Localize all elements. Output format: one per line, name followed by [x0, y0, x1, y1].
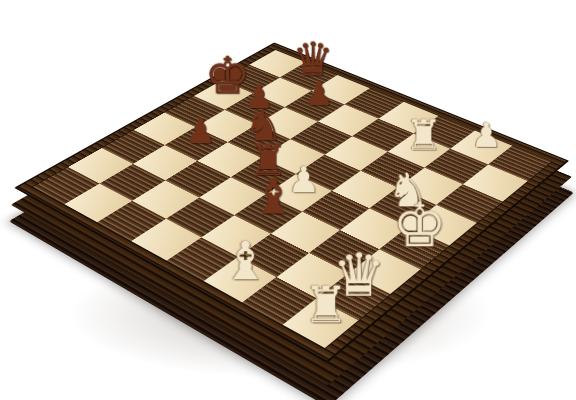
perspective-wrapper: ♚♟♟♛♞♟♜♝♟♝♜♞♟♜♛♚ [0, 0, 576, 400]
pawn-icon: ♟ [471, 119, 501, 153]
king-icon: ♚ [204, 50, 250, 101]
chess-board: ♚♟♟♛♞♟♜♝♟♝♜♞♟♜♛♚ [33, 50, 551, 348]
pawn-icon: ♟ [185, 115, 215, 149]
product-photo-stage: ♚♟♟♛♞♟♜♝♟♝♜♞♟♜♛♚ [0, 0, 576, 400]
board-frame: ♚♟♟♛♞♟♜♝♟♝♜♞♟♜♛♚ [14, 42, 569, 362]
rook-icon: ♜ [405, 114, 443, 156]
rook-icon: ♜ [303, 280, 348, 331]
bishop-icon: ♝ [221, 234, 268, 287]
pawn-icon: ♟ [304, 78, 333, 110]
king-icon: ♚ [392, 195, 447, 256]
bishop-icon: ♝ [251, 171, 295, 220]
chess-box: ♚♟♟♛♞♟♜♝♟♝♜♞♟♜♛♚ [14, 42, 569, 362]
